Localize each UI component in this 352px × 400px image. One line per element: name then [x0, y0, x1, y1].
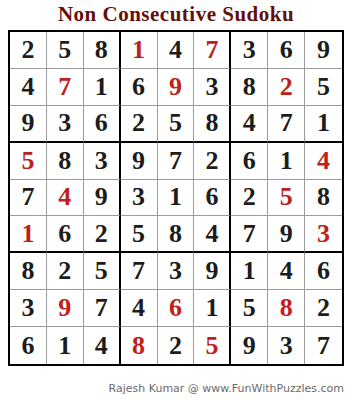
cell-r3c3: 6	[84, 106, 121, 143]
cell-r8c9: 2	[305, 290, 342, 327]
cell-r8c4: 4	[121, 290, 158, 327]
cell-r9c7: 9	[231, 327, 268, 364]
cell-r8c6: 1	[194, 290, 231, 327]
cell-r1c5: 4	[158, 32, 195, 69]
cell-r7c4: 7	[121, 253, 158, 290]
cell-r2c1: 4	[10, 69, 47, 106]
cell-r5c6: 6	[194, 180, 231, 217]
sudoku-board: 2581473694716938259362584715839726147493…	[8, 30, 344, 366]
cell-r7c7: 1	[231, 253, 268, 290]
cell-r4c9: 4	[305, 143, 342, 180]
cell-r1c7: 3	[231, 32, 268, 69]
cell-r9c3: 4	[84, 327, 121, 364]
cell-r3c1: 9	[10, 106, 47, 143]
cell-r3c2: 3	[47, 106, 84, 143]
cell-r9c8: 3	[268, 327, 305, 364]
cell-r3c8: 7	[268, 106, 305, 143]
cell-r5c3: 9	[84, 180, 121, 217]
cell-r3c6: 8	[194, 106, 231, 143]
cell-r2c3: 1	[84, 69, 121, 106]
cell-r6c5: 8	[158, 216, 195, 253]
cell-r2c9: 5	[305, 69, 342, 106]
cell-r1c1: 2	[10, 32, 47, 69]
cell-r3c4: 2	[121, 106, 158, 143]
cell-r4c4: 9	[121, 143, 158, 180]
cell-r9c4: 8	[121, 327, 158, 364]
cell-r5c5: 1	[158, 180, 195, 217]
cell-r1c4: 1	[121, 32, 158, 69]
cell-r6c1: 1	[10, 216, 47, 253]
cell-r7c1: 8	[10, 253, 47, 290]
cell-r8c5: 6	[158, 290, 195, 327]
cell-r8c3: 7	[84, 290, 121, 327]
cell-r9c1: 6	[10, 327, 47, 364]
cell-r8c2: 9	[47, 290, 84, 327]
cell-r9c2: 1	[47, 327, 84, 364]
cell-r2c2: 7	[47, 69, 84, 106]
puzzle-title: Non Consecutive Sudoku	[0, 2, 352, 27]
cell-r4c6: 2	[194, 143, 231, 180]
cell-r7c6: 9	[194, 253, 231, 290]
cell-r7c8: 4	[268, 253, 305, 290]
cell-r7c2: 2	[47, 253, 84, 290]
cell-r5c7: 2	[231, 180, 268, 217]
cell-r4c2: 8	[47, 143, 84, 180]
cell-r5c8: 5	[268, 180, 305, 217]
cell-r6c4: 5	[121, 216, 158, 253]
cell-r5c4: 3	[121, 180, 158, 217]
cell-r1c8: 6	[268, 32, 305, 69]
cell-r6c9: 3	[305, 216, 342, 253]
cell-r5c9: 8	[305, 180, 342, 217]
cell-r6c2: 6	[47, 216, 84, 253]
cell-r4c1: 5	[10, 143, 47, 180]
cell-r2c4: 6	[121, 69, 158, 106]
cell-r4c3: 3	[84, 143, 121, 180]
cell-r6c8: 9	[268, 216, 305, 253]
cell-r6c6: 4	[194, 216, 231, 253]
cell-r2c7: 8	[231, 69, 268, 106]
cell-r4c5: 7	[158, 143, 195, 180]
cell-r2c6: 3	[194, 69, 231, 106]
cell-r6c7: 7	[231, 216, 268, 253]
credit-text: Rajesh Kumar @ www.FunWithPuzzles.com	[109, 382, 344, 395]
cell-r5c2: 4	[47, 180, 84, 217]
cell-r2c5: 9	[158, 69, 195, 106]
cell-r1c9: 9	[305, 32, 342, 69]
cell-r9c9: 7	[305, 327, 342, 364]
cell-r6c3: 2	[84, 216, 121, 253]
cell-r3c7: 4	[231, 106, 268, 143]
cell-r8c8: 8	[268, 290, 305, 327]
cell-r8c1: 3	[10, 290, 47, 327]
cell-r9c5: 2	[158, 327, 195, 364]
cell-r2c8: 2	[268, 69, 305, 106]
cell-r7c3: 5	[84, 253, 121, 290]
cell-r1c2: 5	[47, 32, 84, 69]
cell-r7c9: 6	[305, 253, 342, 290]
cell-r1c6: 7	[194, 32, 231, 69]
cell-r8c7: 5	[231, 290, 268, 327]
cell-r3c9: 1	[305, 106, 342, 143]
cell-r7c5: 3	[158, 253, 195, 290]
cell-r5c1: 7	[10, 180, 47, 217]
cell-r1c3: 8	[84, 32, 121, 69]
cell-r4c7: 6	[231, 143, 268, 180]
cell-r4c8: 1	[268, 143, 305, 180]
cell-r3c5: 5	[158, 106, 195, 143]
cell-r9c6: 5	[194, 327, 231, 364]
